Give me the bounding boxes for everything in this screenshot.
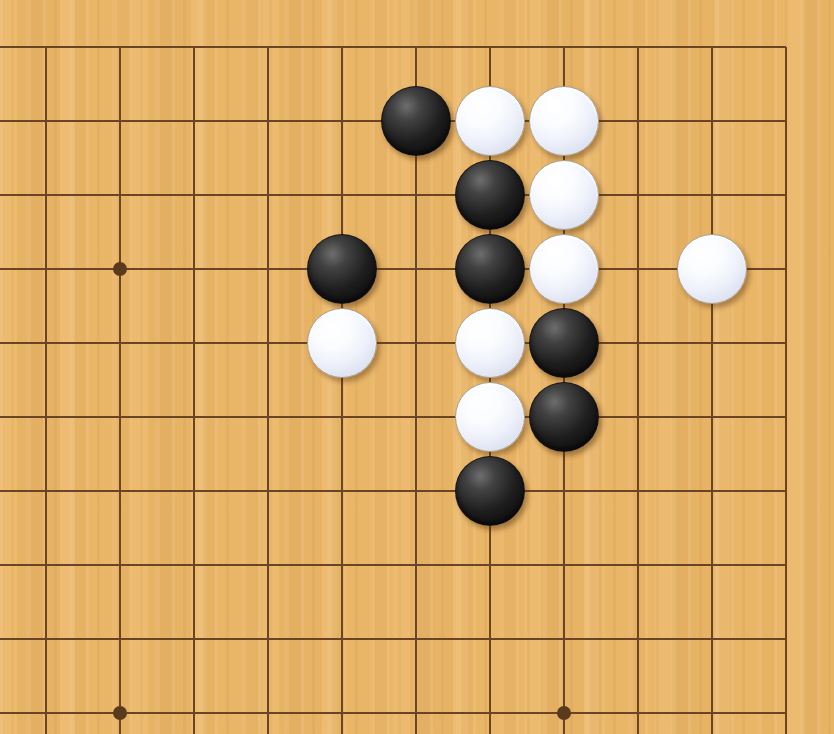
intersection[interactable]: ● (379, 84, 453, 158)
intersection[interactable]: ● (527, 306, 601, 380)
intersection[interactable] (527, 602, 601, 676)
intersection[interactable] (675, 10, 749, 84)
intersection[interactable] (9, 602, 83, 676)
intersection[interactable] (9, 380, 83, 454)
intersection[interactable] (601, 380, 675, 454)
black-stone: ● (455, 160, 525, 230)
intersection[interactable] (0, 454, 9, 528)
intersection[interactable] (231, 454, 305, 528)
intersection[interactable] (305, 602, 379, 676)
intersection[interactable] (83, 158, 157, 232)
intersection[interactable] (157, 602, 231, 676)
intersection[interactable] (453, 10, 527, 84)
intersection[interactable] (675, 380, 749, 454)
intersection[interactable] (527, 454, 601, 528)
star-point (557, 706, 571, 720)
intersection[interactable] (9, 158, 83, 232)
star-point (113, 706, 127, 720)
intersection[interactable] (157, 158, 231, 232)
intersection[interactable] (157, 10, 231, 84)
intersection[interactable] (675, 676, 749, 734)
intersection[interactable] (305, 10, 379, 84)
intersection[interactable] (83, 454, 157, 528)
go-board-viewport: ●○○●○●●○○○○●○●● (0, 0, 834, 734)
intersection[interactable] (527, 528, 601, 602)
intersection[interactable]: ○ (675, 232, 749, 306)
intersection[interactable] (0, 676, 9, 734)
intersection[interactable] (83, 676, 157, 734)
black-stone: ● (381, 86, 451, 156)
intersection[interactable] (379, 454, 453, 528)
intersection[interactable] (379, 676, 453, 734)
intersection[interactable] (305, 84, 379, 158)
intersection[interactable] (83, 232, 157, 306)
intersection[interactable] (231, 84, 305, 158)
intersection[interactable] (527, 676, 601, 734)
intersection[interactable] (379, 232, 453, 306)
intersection[interactable] (231, 232, 305, 306)
intersection[interactable] (305, 528, 379, 602)
intersection[interactable] (83, 10, 157, 84)
intersection[interactable] (157, 232, 231, 306)
intersection[interactable] (0, 158, 9, 232)
intersection[interactable] (601, 528, 675, 602)
intersection[interactable] (83, 380, 157, 454)
intersection[interactable]: ● (527, 380, 601, 454)
intersection[interactable] (9, 232, 83, 306)
intersection[interactable] (157, 454, 231, 528)
black-stone: ● (307, 234, 377, 304)
white-stone: ○ (455, 382, 525, 452)
intersection[interactable] (305, 676, 379, 734)
intersection[interactable] (601, 10, 675, 84)
intersection[interactable] (157, 84, 231, 158)
white-stone: ○ (455, 308, 525, 378)
intersection[interactable] (9, 454, 83, 528)
intersection[interactable] (453, 602, 527, 676)
intersection[interactable] (749, 158, 823, 232)
intersection[interactable]: ○ (527, 232, 601, 306)
intersection[interactable]: ● (453, 232, 527, 306)
black-stone: ● (455, 234, 525, 304)
intersection[interactable]: ○ (527, 158, 601, 232)
intersection[interactable] (601, 602, 675, 676)
black-stone: ● (529, 308, 599, 378)
intersection[interactable] (601, 84, 675, 158)
intersection[interactable] (601, 454, 675, 528)
intersection[interactable] (157, 306, 231, 380)
intersection[interactable] (601, 676, 675, 734)
intersection[interactable] (527, 10, 601, 84)
intersection[interactable] (601, 158, 675, 232)
intersection[interactable] (157, 676, 231, 734)
intersection[interactable] (749, 380, 823, 454)
star-point (113, 262, 127, 276)
intersection[interactable] (453, 528, 527, 602)
intersection[interactable] (675, 158, 749, 232)
intersection[interactable] (0, 602, 9, 676)
intersection[interactable]: ○ (305, 306, 379, 380)
intersection[interactable] (231, 676, 305, 734)
intersection[interactable] (231, 528, 305, 602)
intersection[interactable]: ○ (527, 84, 601, 158)
intersection[interactable]: ○ (453, 306, 527, 380)
intersection[interactable] (83, 84, 157, 158)
intersection[interactable] (0, 10, 9, 84)
intersection[interactable] (379, 10, 453, 84)
intersection[interactable] (749, 306, 823, 380)
intersection[interactable] (749, 10, 823, 84)
intersection[interactable] (749, 84, 823, 158)
intersection[interactable] (379, 380, 453, 454)
intersection[interactable] (305, 380, 379, 454)
black-stone: ● (455, 456, 525, 526)
intersection[interactable] (0, 232, 9, 306)
intersection[interactable] (305, 454, 379, 528)
intersection[interactable] (9, 528, 83, 602)
intersection[interactable] (453, 676, 527, 734)
intersection[interactable] (231, 306, 305, 380)
intersection[interactable] (379, 528, 453, 602)
intersection[interactable] (675, 306, 749, 380)
intersection[interactable] (231, 602, 305, 676)
white-stone: ○ (677, 234, 747, 304)
white-stone: ○ (529, 160, 599, 230)
intersection[interactable] (0, 84, 9, 158)
intersection[interactable] (83, 306, 157, 380)
intersection[interactable]: ● (453, 158, 527, 232)
intersection[interactable] (231, 158, 305, 232)
white-stone: ○ (455, 86, 525, 156)
intersection[interactable] (749, 232, 823, 306)
intersection[interactable] (0, 380, 9, 454)
intersection[interactable]: ○ (453, 84, 527, 158)
intersection[interactable] (305, 158, 379, 232)
intersection[interactable] (0, 306, 9, 380)
intersection[interactable] (749, 676, 823, 734)
black-stone: ● (529, 382, 599, 452)
intersection[interactable] (749, 602, 823, 676)
intersection[interactable] (0, 528, 9, 602)
intersection[interactable] (231, 380, 305, 454)
intersection[interactable]: ● (305, 232, 379, 306)
intersection[interactable] (9, 676, 83, 734)
intersection[interactable] (675, 84, 749, 158)
intersection[interactable] (83, 528, 157, 602)
intersection[interactable] (601, 232, 675, 306)
white-stone: ○ (529, 86, 599, 156)
white-stone: ○ (307, 308, 377, 378)
intersection[interactable] (9, 84, 83, 158)
intersection[interactable] (379, 158, 453, 232)
intersection[interactable] (675, 602, 749, 676)
intersection[interactable]: ● (453, 454, 527, 528)
intersection[interactable] (83, 602, 157, 676)
go-board-grid[interactable]: ●○○●○●●○○○○●○●● (0, 10, 823, 734)
intersection[interactable] (379, 602, 453, 676)
intersection[interactable] (601, 306, 675, 380)
intersection[interactable] (157, 380, 231, 454)
intersection[interactable] (749, 454, 823, 528)
intersection[interactable] (9, 306, 83, 380)
intersection[interactable] (231, 10, 305, 84)
white-stone: ○ (529, 234, 599, 304)
intersection[interactable] (749, 528, 823, 602)
intersection[interactable]: ○ (453, 380, 527, 454)
intersection[interactable] (9, 10, 83, 84)
intersection[interactable] (157, 528, 231, 602)
intersection[interactable] (675, 454, 749, 528)
intersection[interactable] (379, 306, 453, 380)
intersection[interactable] (675, 528, 749, 602)
